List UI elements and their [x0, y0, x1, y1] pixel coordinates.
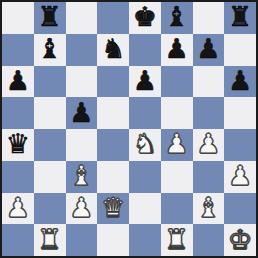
black-rook: ♜ — [228, 3, 252, 30]
black-pawn: ♟ — [69, 99, 93, 126]
black-knight: ♞ — [101, 35, 125, 62]
square-a2[interactable]: ♟ — [2, 193, 34, 225]
square-a8[interactable] — [2, 2, 34, 34]
square-h3[interactable]: ♟ — [224, 161, 256, 193]
white-queen: ♛ — [101, 194, 125, 221]
square-c7[interactable] — [66, 34, 98, 66]
black-bishop: ♝ — [38, 35, 62, 62]
square-e1[interactable] — [129, 224, 161, 256]
white-rook: ♜ — [38, 226, 62, 253]
square-a5[interactable] — [2, 97, 34, 129]
square-h8[interactable]: ♜ — [224, 2, 256, 34]
square-c8[interactable] — [66, 2, 98, 34]
square-c2[interactable]: ♟ — [66, 193, 98, 225]
white-pawn: ♟ — [165, 130, 189, 157]
square-e5[interactable] — [129, 97, 161, 129]
square-d5[interactable] — [97, 97, 129, 129]
square-a1[interactable] — [2, 224, 34, 256]
black-queen: ♛ — [6, 130, 30, 157]
black-pawn: ♟ — [133, 67, 157, 94]
square-f1[interactable]: ♜ — [161, 224, 193, 256]
square-b5[interactable] — [34, 97, 66, 129]
square-g7[interactable]: ♟ — [193, 34, 225, 66]
white-king: ♚ — [228, 226, 252, 253]
black-pawn: ♟ — [228, 67, 252, 94]
black-rook: ♜ — [38, 3, 62, 30]
square-c5[interactable]: ♟ — [66, 97, 98, 129]
white-bishop: ♝ — [69, 162, 93, 189]
square-a3[interactable] — [2, 161, 34, 193]
square-c1[interactable] — [66, 224, 98, 256]
white-rook: ♜ — [165, 226, 189, 253]
white-pawn: ♟ — [69, 194, 93, 221]
square-b1[interactable]: ♜ — [34, 224, 66, 256]
square-a4[interactable]: ♛ — [2, 129, 34, 161]
square-g8[interactable] — [193, 2, 225, 34]
square-e7[interactable] — [129, 34, 161, 66]
square-b4[interactable] — [34, 129, 66, 161]
square-e4[interactable]: ♞ — [129, 129, 161, 161]
square-b6[interactable] — [34, 66, 66, 98]
white-pawn: ♟ — [196, 130, 220, 157]
white-pawn: ♟ — [6, 194, 30, 221]
square-f3[interactable] — [161, 161, 193, 193]
square-d3[interactable] — [97, 161, 129, 193]
chess-board: ♜♚♝♜♝♞♟♟♟♟♟♟♛♞♟♟♝♟♟♟♛♝♜♜♚ — [0, 0, 258, 258]
square-f2[interactable] — [161, 193, 193, 225]
square-f7[interactable]: ♟ — [161, 34, 193, 66]
white-knight: ♞ — [133, 130, 157, 157]
square-c6[interactable] — [66, 66, 98, 98]
square-e8[interactable]: ♚ — [129, 2, 161, 34]
square-h6[interactable]: ♟ — [224, 66, 256, 98]
white-pawn: ♟ — [228, 162, 252, 189]
square-f4[interactable]: ♟ — [161, 129, 193, 161]
square-d7[interactable]: ♞ — [97, 34, 129, 66]
white-bishop: ♝ — [196, 194, 220, 221]
square-c4[interactable] — [66, 129, 98, 161]
square-a7[interactable] — [2, 34, 34, 66]
square-d4[interactable] — [97, 129, 129, 161]
square-d8[interactable] — [97, 2, 129, 34]
square-h5[interactable] — [224, 97, 256, 129]
square-a6[interactable]: ♟ — [2, 66, 34, 98]
black-pawn: ♟ — [6, 67, 30, 94]
square-b8[interactable]: ♜ — [34, 2, 66, 34]
square-b2[interactable] — [34, 193, 66, 225]
square-f8[interactable]: ♝ — [161, 2, 193, 34]
square-h2[interactable] — [224, 193, 256, 225]
square-h1[interactable]: ♚ — [224, 224, 256, 256]
black-bishop: ♝ — [165, 3, 189, 30]
square-g6[interactable] — [193, 66, 225, 98]
black-king: ♚ — [133, 3, 157, 30]
square-f5[interactable] — [161, 97, 193, 129]
square-f6[interactable] — [161, 66, 193, 98]
square-b3[interactable] — [34, 161, 66, 193]
square-e3[interactable] — [129, 161, 161, 193]
square-d6[interactable] — [97, 66, 129, 98]
black-pawn: ♟ — [165, 35, 189, 62]
square-h7[interactable] — [224, 34, 256, 66]
square-g1[interactable] — [193, 224, 225, 256]
square-g2[interactable]: ♝ — [193, 193, 225, 225]
square-h4[interactable] — [224, 129, 256, 161]
square-g5[interactable] — [193, 97, 225, 129]
square-e2[interactable] — [129, 193, 161, 225]
square-g3[interactable] — [193, 161, 225, 193]
square-c3[interactable]: ♝ — [66, 161, 98, 193]
square-d2[interactable]: ♛ — [97, 193, 129, 225]
square-e6[interactable]: ♟ — [129, 66, 161, 98]
black-pawn: ♟ — [196, 35, 220, 62]
square-b7[interactable]: ♝ — [34, 34, 66, 66]
square-g4[interactable]: ♟ — [193, 129, 225, 161]
square-d1[interactable] — [97, 224, 129, 256]
